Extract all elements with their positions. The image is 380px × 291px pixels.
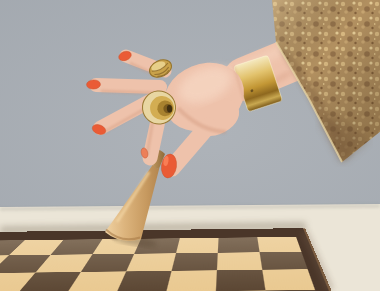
- board-square: [117, 271, 172, 291]
- board-square: [166, 270, 217, 291]
- board-square: [126, 253, 176, 271]
- board-square: [257, 237, 301, 252]
- board-square: [262, 269, 315, 290]
- board-square: [218, 237, 260, 252]
- board-square: [216, 270, 266, 291]
- photo-scene: [0, 0, 380, 291]
- board-square: [172, 253, 218, 271]
- board-perspective-wrap: [0, 228, 307, 291]
- board-square: [176, 238, 219, 253]
- board-square: [217, 252, 262, 270]
- board-square: [134, 238, 180, 254]
- board-square: [260, 252, 308, 270]
